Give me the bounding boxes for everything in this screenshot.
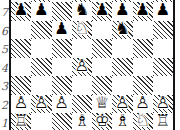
- square-b5: [31, 39, 51, 58]
- piece-outline: ♘: [135, 114, 150, 130]
- square-c3: [52, 76, 72, 95]
- square-a7: ♟: [11, 2, 31, 21]
- square-d2: [72, 95, 92, 114]
- square-d6: ♞♘: [72, 21, 92, 40]
- square-e6: [92, 21, 112, 40]
- white-king: ♚♔: [92, 113, 112, 130]
- square-g6: [133, 21, 153, 40]
- piece-outline: ♖: [14, 114, 29, 130]
- white-pawn: ♟♙: [72, 58, 92, 77]
- piece-glyph: ♟: [14, 3, 29, 20]
- square-a3: [11, 76, 31, 95]
- white-pawn: ♟♙: [112, 95, 132, 114]
- white-knight: ♞♘: [72, 21, 92, 40]
- piece-outline: ♙: [135, 95, 150, 112]
- square-f6: ♞: [112, 21, 132, 40]
- square-g2: ♟♙: [133, 95, 153, 114]
- square-f3: [112, 76, 132, 95]
- piece-outline: ♘: [74, 21, 89, 37]
- rank-label-2: 2: [0, 98, 9, 111]
- square-g1: ♞♘: [133, 113, 153, 130]
- piece-glyph: ♞: [74, 3, 89, 20]
- piece-outline: ♗: [115, 114, 130, 130]
- black-pawn: ♟: [11, 2, 31, 21]
- white-pawn: ♟♙: [31, 95, 51, 114]
- square-h3: [153, 76, 173, 95]
- white-bishop: ♝♗: [112, 113, 132, 130]
- piece-outline: ♗: [74, 114, 89, 130]
- square-e5: [92, 39, 112, 58]
- white-pawn: ♟♙: [11, 95, 31, 114]
- square-h2: ♟♙: [153, 95, 173, 114]
- black-pawn: ♟: [52, 21, 72, 40]
- square-e4: [92, 58, 112, 77]
- piece-glyph: ♟: [54, 21, 69, 37]
- piece-outline: ♙: [14, 95, 29, 112]
- square-c6: ♟: [52, 21, 72, 40]
- white-rook: ♜♖: [153, 113, 173, 130]
- rank-label-1: 1: [0, 117, 9, 130]
- rank-label-7: 7: [0, 6, 9, 19]
- chess-diagram: 87654321 ♟♟♞♟♟♟♟♟♞♘♞♟♙♟♙♟♙♟♙♛♕♟♙♟♙♟♙♜♖♝♗…: [0, 0, 180, 130]
- white-rook: ♜♖: [11, 113, 31, 130]
- square-c1: [52, 113, 72, 130]
- black-knight: ♞: [112, 21, 132, 40]
- white-pawn: ♟♙: [52, 95, 72, 114]
- square-b3: [31, 76, 51, 95]
- square-c7: [52, 2, 72, 21]
- square-b6: [31, 21, 51, 40]
- square-d1: ♝♗: [72, 113, 92, 130]
- white-pawn: ♟♙: [153, 95, 173, 114]
- square-a5: [11, 39, 31, 58]
- white-queen: ♛♕: [92, 95, 112, 114]
- piece-glyph: ♟: [115, 3, 130, 20]
- square-c2: ♟♙: [52, 95, 72, 114]
- white-pawn: ♟♙: [133, 95, 153, 114]
- square-g7: ♟: [133, 2, 153, 21]
- square-c4: [52, 58, 72, 77]
- square-c5: [52, 39, 72, 58]
- black-pawn: ♟: [153, 2, 173, 21]
- piece-outline: ♖: [155, 114, 170, 130]
- square-f4: [112, 58, 132, 77]
- board-right-border: [173, 0, 175, 130]
- square-b4: [31, 58, 51, 77]
- white-bishop: ♝♗: [72, 113, 92, 130]
- black-pawn: ♟: [31, 2, 51, 21]
- square-d5: [72, 39, 92, 58]
- square-f1: ♝♗: [112, 113, 132, 130]
- square-b2: ♟♙: [31, 95, 51, 114]
- chess-board: ♟♟♞♟♟♟♟♟♞♘♞♟♙♟♙♟♙♟♙♛♕♟♙♟♙♟♙♜♖♝♗♚♔♝♗♞♘♜♖: [11, 0, 173, 130]
- piece-outline: ♔: [95, 114, 110, 130]
- square-g5: [133, 39, 153, 58]
- piece-glyph: ♞: [115, 21, 130, 37]
- square-g4: [133, 58, 153, 77]
- square-f2: ♟♙: [112, 95, 132, 114]
- piece-outline: ♕: [95, 95, 110, 112]
- piece-outline: ♙: [54, 95, 69, 112]
- square-h1: ♜♖: [153, 113, 173, 130]
- black-knight: ♞: [72, 2, 92, 21]
- square-a1: ♜♖: [11, 113, 31, 130]
- rank-label-5: 5: [0, 43, 9, 56]
- square-f5: [112, 39, 132, 58]
- piece-glyph: ♟: [135, 3, 150, 20]
- square-a2: ♟♙: [11, 95, 31, 114]
- square-a4: [11, 58, 31, 77]
- square-h7: ♟: [153, 2, 173, 21]
- square-a6: [11, 21, 31, 40]
- black-pawn: ♟: [112, 2, 132, 21]
- rank-label-3: 3: [0, 80, 9, 93]
- square-d4: ♟♙: [72, 58, 92, 77]
- square-h6: [153, 21, 173, 40]
- piece-glyph: ♟: [34, 3, 49, 20]
- square-b7: ♟: [31, 2, 51, 21]
- square-h4: [153, 58, 173, 77]
- rank-label-4: 4: [0, 61, 9, 74]
- square-b1: [31, 113, 51, 130]
- piece-glyph: ♟: [95, 3, 110, 20]
- square-f7: ♟: [112, 2, 132, 21]
- square-e1: ♚♔: [92, 113, 112, 130]
- square-d3: [72, 76, 92, 95]
- square-g3: [133, 76, 153, 95]
- piece-glyph: ♟: [155, 3, 170, 20]
- square-d7: ♞: [72, 2, 92, 21]
- square-e3: [92, 76, 112, 95]
- piece-outline: ♙: [155, 95, 170, 112]
- black-pawn: ♟: [92, 2, 112, 21]
- square-e2: ♛♕: [92, 95, 112, 114]
- square-h5: [153, 39, 173, 58]
- piece-outline: ♙: [74, 58, 89, 75]
- square-e7: ♟: [92, 2, 112, 21]
- rank-label-6: 6: [0, 24, 9, 37]
- white-knight: ♞♘: [133, 113, 153, 130]
- black-pawn: ♟: [133, 2, 153, 21]
- piece-outline: ♙: [115, 95, 130, 112]
- piece-outline: ♙: [34, 95, 49, 112]
